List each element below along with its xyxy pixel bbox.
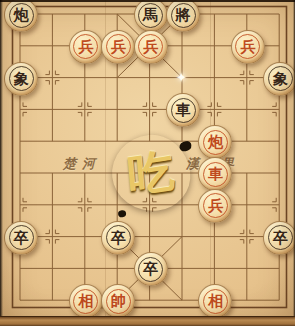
piece-glyph: 車 <box>199 158 231 190</box>
piece-glyph: 兵 <box>135 31 167 63</box>
piece-black-soldier[interactable]: 卒 <box>263 221 295 255</box>
piece-black-general[interactable]: 將 <box>166 0 200 32</box>
piece-glyph: 相 <box>70 285 102 317</box>
board-edge-left <box>0 0 3 326</box>
piece-red-cannon[interactable]: 炮 <box>198 125 232 159</box>
piece-black-elephant[interactable]: 象 <box>263 62 295 96</box>
piece-glyph: 將 <box>167 0 199 31</box>
piece-black-chariot[interactable]: 車 <box>166 93 200 127</box>
piece-red-soldier[interactable]: 兵 <box>231 30 265 64</box>
piece-black-soldier[interactable]: 卒 <box>101 221 135 255</box>
piece-black-soldier[interactable]: 卒 <box>134 252 168 286</box>
piece-glyph: 卒 <box>102 222 134 254</box>
piece-glyph: 象 <box>5 63 37 95</box>
piece-black-cannon[interactable]: 炮 <box>4 0 38 32</box>
piece-glyph: 馬 <box>135 0 167 31</box>
piece-glyph: 兵 <box>199 190 231 222</box>
piece-glyph: 兵 <box>232 31 264 63</box>
xiangqi-board: 楚河 漢界 炮馬將象象車卒卒卒卒兵兵兵兵炮車兵相帥相 ✦ 吃 <box>0 0 295 326</box>
piece-red-elephant[interactable]: 相 <box>69 284 103 318</box>
piece-glyph: 卒 <box>135 253 167 285</box>
piece-glyph: 兵 <box>70 31 102 63</box>
board-edge-top <box>0 0 295 2</box>
piece-glyph: 象 <box>264 63 295 95</box>
piece-glyph: 卒 <box>5 222 37 254</box>
piece-glyph: 卒 <box>264 222 295 254</box>
piece-glyph: 車 <box>167 94 199 126</box>
piece-glyph: 炮 <box>199 126 231 158</box>
piece-glyph: 炮 <box>5 0 37 31</box>
piece-red-elephant[interactable]: 相 <box>198 284 232 318</box>
piece-red-soldier[interactable]: 兵 <box>134 30 168 64</box>
piece-glyph: 兵 <box>102 31 134 63</box>
board-edge-right <box>293 0 295 326</box>
piece-red-chariot[interactable]: 車 <box>198 157 232 191</box>
piece-glyph: 帥 <box>102 285 134 317</box>
piece-black-elephant[interactable]: 象 <box>4 62 38 96</box>
piece-glyph: 相 <box>199 285 231 317</box>
piece-red-general[interactable]: 帥 <box>101 284 135 318</box>
board-bottom-edge <box>0 316 295 326</box>
piece-red-soldier[interactable]: 兵 <box>198 189 232 223</box>
piece-red-soldier[interactable]: 兵 <box>101 30 135 64</box>
river-label-chu-he: 楚河 <box>63 155 101 173</box>
piece-red-soldier[interactable]: 兵 <box>69 30 103 64</box>
piece-black-soldier[interactable]: 卒 <box>4 221 38 255</box>
piece-black-horse[interactable]: 馬 <box>134 0 168 32</box>
